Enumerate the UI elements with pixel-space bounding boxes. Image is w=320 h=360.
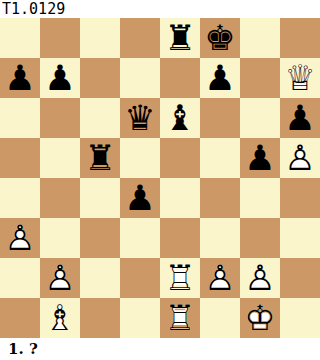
square-d7[interactable] xyxy=(120,58,160,98)
piece-black-queen: ♛ xyxy=(120,98,160,138)
black-pawn-icon: ♟ xyxy=(280,98,320,138)
square-d4[interactable]: ♟ xyxy=(120,178,160,218)
piece-white-king: ♚♔ xyxy=(240,298,280,338)
piece-black-bishop: ♝ xyxy=(160,98,200,138)
square-c6[interactable] xyxy=(80,98,120,138)
piece-black-pawn: ♟ xyxy=(280,98,320,138)
square-c1[interactable] xyxy=(80,298,120,338)
square-h1[interactable] xyxy=(280,298,320,338)
square-b1[interactable]: ♝♗ xyxy=(40,298,80,338)
square-d3[interactable] xyxy=(120,218,160,258)
white-bishop-icon: ♗ xyxy=(40,298,80,338)
square-g1[interactable]: ♚♔ xyxy=(240,298,280,338)
piece-white-rook: ♜♖ xyxy=(160,298,200,338)
black-pawn-icon: ♟ xyxy=(120,178,160,218)
white-rook-icon: ♖ xyxy=(160,258,200,298)
square-e3[interactable] xyxy=(160,218,200,258)
square-d8[interactable] xyxy=(120,18,160,58)
square-g4[interactable] xyxy=(240,178,280,218)
square-d2[interactable] xyxy=(120,258,160,298)
piece-white-pawn: ♟♙ xyxy=(240,258,280,298)
square-h4[interactable] xyxy=(280,178,320,218)
square-f5[interactable] xyxy=(200,138,240,178)
black-pawn-icon: ♟ xyxy=(200,58,240,98)
square-f2[interactable]: ♟♙ xyxy=(200,258,240,298)
square-b4[interactable] xyxy=(40,178,80,218)
square-a7[interactable]: ♟ xyxy=(0,58,40,98)
square-e1[interactable]: ♜♖ xyxy=(160,298,200,338)
square-c7[interactable] xyxy=(80,58,120,98)
square-a8[interactable] xyxy=(0,18,40,58)
square-b6[interactable] xyxy=(40,98,80,138)
white-king-icon: ♔ xyxy=(240,298,280,338)
square-g8[interactable] xyxy=(240,18,280,58)
piece-white-pawn: ♟♙ xyxy=(40,258,80,298)
piece-white-bishop: ♝♗ xyxy=(40,298,80,338)
piece-white-queen: ♛♕ xyxy=(280,58,320,98)
white-queen-icon: ♕ xyxy=(280,58,320,98)
square-f8[interactable]: ♚ xyxy=(200,18,240,58)
square-d5[interactable] xyxy=(120,138,160,178)
black-rook-icon: ♜ xyxy=(80,138,120,178)
black-pawn-icon: ♟ xyxy=(0,58,40,98)
piece-black-king: ♚ xyxy=(200,18,240,58)
square-g7[interactable] xyxy=(240,58,280,98)
square-f1[interactable] xyxy=(200,298,240,338)
square-d6[interactable]: ♛ xyxy=(120,98,160,138)
square-e2[interactable]: ♜♖ xyxy=(160,258,200,298)
square-c2[interactable] xyxy=(80,258,120,298)
piece-black-pawn: ♟ xyxy=(40,58,80,98)
piece-white-rook: ♜♖ xyxy=(160,258,200,298)
square-e8[interactable]: ♜ xyxy=(160,18,200,58)
square-g2[interactable]: ♟♙ xyxy=(240,258,280,298)
piece-black-pawn: ♟ xyxy=(200,58,240,98)
black-queen-icon: ♛ xyxy=(120,98,160,138)
square-b5[interactable] xyxy=(40,138,80,178)
square-b8[interactable] xyxy=(40,18,80,58)
piece-black-rook: ♜ xyxy=(160,18,200,58)
white-pawn-icon: ♙ xyxy=(280,138,320,178)
square-e4[interactable] xyxy=(160,178,200,218)
move-prompt: 1. ? xyxy=(0,338,320,360)
square-a1[interactable] xyxy=(0,298,40,338)
square-f4[interactable] xyxy=(200,178,240,218)
black-king-icon: ♚ xyxy=(200,18,240,58)
square-d1[interactable] xyxy=(120,298,160,338)
square-g6[interactable] xyxy=(240,98,280,138)
puzzle-title: T1.0129 xyxy=(0,0,320,18)
square-g5[interactable]: ♟ xyxy=(240,138,280,178)
square-a4[interactable] xyxy=(0,178,40,218)
white-pawn-icon: ♙ xyxy=(240,258,280,298)
piece-black-pawn: ♟ xyxy=(120,178,160,218)
square-a6[interactable] xyxy=(0,98,40,138)
square-h8[interactable] xyxy=(280,18,320,58)
square-c8[interactable] xyxy=(80,18,120,58)
square-f7[interactable]: ♟ xyxy=(200,58,240,98)
square-c4[interactable] xyxy=(80,178,120,218)
square-h5[interactable]: ♟♙ xyxy=(280,138,320,178)
white-rook-icon: ♖ xyxy=(160,298,200,338)
square-a3[interactable]: ♟♙ xyxy=(0,218,40,258)
chess-board: ♜♚♟♟♟♛♕♛♝♟♜♟♟♙♟♟♙♟♙♜♖♟♙♟♙♝♗♜♖♚♔ xyxy=(0,18,320,338)
square-a5[interactable] xyxy=(0,138,40,178)
black-pawn-icon: ♟ xyxy=(40,58,80,98)
square-b3[interactable] xyxy=(40,218,80,258)
black-bishop-icon: ♝ xyxy=(160,98,200,138)
piece-white-pawn: ♟♙ xyxy=(200,258,240,298)
square-e6[interactable]: ♝ xyxy=(160,98,200,138)
square-a2[interactable] xyxy=(0,258,40,298)
square-h7[interactable]: ♛♕ xyxy=(280,58,320,98)
square-h6[interactable]: ♟ xyxy=(280,98,320,138)
piece-white-pawn: ♟♙ xyxy=(280,138,320,178)
square-h2[interactable] xyxy=(280,258,320,298)
square-h3[interactable] xyxy=(280,218,320,258)
piece-black-pawn: ♟ xyxy=(0,58,40,98)
piece-black-pawn: ♟ xyxy=(240,138,280,178)
piece-white-pawn: ♟♙ xyxy=(0,218,40,258)
square-e5[interactable] xyxy=(160,138,200,178)
square-b2[interactable]: ♟♙ xyxy=(40,258,80,298)
black-rook-icon: ♜ xyxy=(160,18,200,58)
square-c5[interactable]: ♜ xyxy=(80,138,120,178)
piece-black-rook: ♜ xyxy=(80,138,120,178)
white-pawn-icon: ♙ xyxy=(40,258,80,298)
square-b7[interactable]: ♟ xyxy=(40,58,80,98)
square-f3[interactable] xyxy=(200,218,240,258)
white-pawn-icon: ♙ xyxy=(200,258,240,298)
square-e7[interactable] xyxy=(160,58,200,98)
square-f6[interactable] xyxy=(200,98,240,138)
square-g3[interactable] xyxy=(240,218,280,258)
square-c3[interactable] xyxy=(80,218,120,258)
black-pawn-icon: ♟ xyxy=(240,138,280,178)
white-pawn-icon: ♙ xyxy=(0,218,40,258)
